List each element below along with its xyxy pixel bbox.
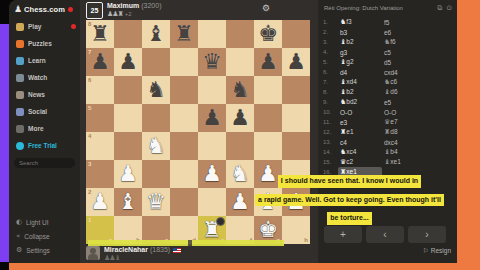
move-bm[interactable]: c5 bbox=[382, 48, 426, 57]
move-number: 6. bbox=[318, 69, 338, 75]
move-row-12: 12.♜e1♜d8 bbox=[318, 127, 457, 137]
square-b6[interactable] bbox=[114, 76, 142, 104]
move-number: 14. bbox=[318, 149, 338, 155]
rank-label: 5 bbox=[88, 105, 91, 111]
move-bm[interactable]: cxd4 bbox=[382, 68, 426, 77]
video-caption: I should have seen that. I know I would … bbox=[242, 169, 457, 225]
move-row-4: 4.g3c5 bbox=[318, 47, 457, 57]
move-wm[interactable]: ♝b2 bbox=[338, 87, 382, 97]
social-icon bbox=[16, 108, 24, 116]
move-number: 7. bbox=[318, 79, 338, 85]
square-e6[interactable] bbox=[198, 76, 226, 104]
move-bm[interactable]: dxc4 bbox=[382, 138, 426, 147]
resign-button[interactable]: ⚐ Resign bbox=[423, 247, 451, 255]
rank-label: 4 bbox=[88, 133, 91, 139]
sidebar-item-social[interactable]: Social bbox=[9, 103, 80, 120]
move-nav-buttons: +‹› bbox=[324, 226, 446, 243]
square-f6[interactable]: ♞ bbox=[226, 76, 254, 104]
logo-text: Chess.com bbox=[24, 5, 65, 14]
square-a2[interactable]: 2♟ bbox=[86, 188, 114, 216]
move-row-6: 6.d4cxd4 bbox=[318, 67, 457, 77]
move-number: 3. bbox=[318, 39, 338, 45]
square-c2[interactable]: ♛ bbox=[142, 188, 170, 216]
square-b7[interactable]: ♟ bbox=[114, 48, 142, 76]
move-row-11: 11.e3♛e7 bbox=[318, 117, 457, 127]
prev-move-button[interactable]: ‹ bbox=[366, 226, 404, 243]
white-piece-a2[interactable]: ♟ bbox=[86, 188, 114, 216]
square-a3[interactable]: 3 bbox=[86, 160, 114, 188]
move-bm[interactable]: e6 bbox=[382, 28, 426, 37]
square-b4[interactable] bbox=[114, 132, 142, 160]
next-move-button[interactable]: › bbox=[408, 226, 446, 243]
move-bm[interactable]: ♜d8 bbox=[382, 127, 426, 137]
square-b2[interactable]: ♝ bbox=[114, 188, 142, 216]
white-piece-e3[interactable]: ♟ bbox=[198, 160, 226, 188]
square-d7[interactable] bbox=[170, 48, 198, 76]
captured-pieces: ♟♟♝ bbox=[104, 254, 181, 262]
move-bm[interactable]: ♝xe1 bbox=[382, 157, 426, 167]
caption-line: I should have seen that. I know I would … bbox=[278, 175, 421, 188]
move-number: 8. bbox=[318, 89, 338, 95]
sidebar-item-play[interactable]: Play bbox=[9, 18, 80, 35]
gear-icon[interactable]: ⚙ bbox=[262, 3, 270, 13]
sidebar-footer-light-ui[interactable]: ◐Light UI bbox=[9, 215, 80, 229]
flag-icon: ⚐ bbox=[423, 247, 431, 255]
move-row-3: 3.♝b2♞f6 bbox=[318, 37, 457, 47]
square-f7[interactable] bbox=[226, 48, 254, 76]
move-row-1: 1.♞f3f5 bbox=[318, 17, 457, 27]
square-b3[interactable]: ♟ bbox=[114, 160, 142, 188]
move-bm[interactable]: e5 bbox=[382, 98, 426, 107]
square-d4[interactable] bbox=[170, 132, 198, 160]
frame-accent-right bbox=[457, 0, 480, 270]
move-row-5: 5.♝g2d5 bbox=[318, 57, 457, 67]
move-bm[interactable]: ♞c6 bbox=[382, 77, 426, 87]
file-label: h bbox=[304, 237, 308, 243]
bottom-player-bar: MiracleNahar (1835) ♟♟♝ bbox=[86, 246, 181, 262]
move-row-9: 9.♞bd2e5 bbox=[318, 97, 457, 107]
square-b5[interactable] bbox=[114, 104, 142, 132]
square-h7[interactable]: ♟ bbox=[282, 48, 310, 76]
sidebar-item-more[interactable]: More bbox=[9, 120, 80, 137]
square-a5[interactable]: 5 bbox=[86, 104, 114, 132]
move-number: 10. bbox=[318, 109, 338, 115]
move-row-13: 13.c4dxc4 bbox=[318, 137, 457, 147]
white-piece-c4[interactable]: ♞ bbox=[142, 132, 170, 160]
move-row-2: 2.b3e6 bbox=[318, 27, 457, 37]
move-wm[interactable]: ♝xd4 bbox=[338, 77, 382, 87]
add-button[interactable]: + bbox=[324, 226, 362, 243]
square-h5[interactable] bbox=[282, 104, 310, 132]
move-wm[interactable]: ♞bd2 bbox=[338, 97, 382, 107]
move-wm[interactable]: g3 bbox=[338, 48, 382, 57]
black-piece-a8[interactable]: ♜ bbox=[86, 20, 114, 48]
move-number: 15. bbox=[318, 159, 338, 165]
move-wm[interactable]: ♞f3 bbox=[338, 17, 382, 27]
move-row-8: 8.♝b2♝d6 bbox=[318, 87, 457, 97]
move-row-15: 15.♛c2♝xe1 bbox=[318, 157, 457, 167]
square-e8[interactable] bbox=[198, 20, 226, 48]
move-wm[interactable]: ♛c2 bbox=[338, 157, 382, 167]
move-bm[interactable]: ♝b4 bbox=[382, 147, 426, 157]
move-wm[interactable]: ♝g2 bbox=[338, 57, 382, 67]
black-piece-a7[interactable]: ♟ bbox=[86, 48, 114, 76]
square-f8[interactable] bbox=[226, 20, 254, 48]
white-piece-c2[interactable]: ♛ bbox=[142, 188, 170, 216]
move-row-14: 14.♞xc4♝b4 bbox=[318, 147, 457, 157]
avatar[interactable]: 25 bbox=[86, 2, 103, 19]
black-piece-e7[interactable]: ♛ bbox=[198, 48, 226, 76]
white-piece-b3[interactable]: ♟ bbox=[114, 160, 142, 188]
move-bm[interactable]: O-O bbox=[382, 108, 426, 117]
light-ui-icon: ◐ bbox=[16, 219, 22, 226]
square-a8[interactable]: 8♜ bbox=[86, 20, 114, 48]
square-g6[interactable] bbox=[254, 76, 282, 104]
sidebar-item-watch[interactable]: Watch bbox=[9, 69, 80, 86]
player-rating: (1835) bbox=[150, 246, 170, 253]
panel-header: Réti Opening: Dutch Variation ⧉ ⊙ bbox=[318, 0, 457, 14]
top-player-bar: 25 Maximum (3200) ♟♟♜+2 bbox=[86, 2, 161, 19]
move-wm[interactable]: d4 bbox=[338, 68, 382, 77]
sidebar-item-learn[interactable]: Learn bbox=[9, 52, 80, 69]
video-thumbnail-frame: ♟ Chess.com PlayPuzzlesLearnWatchNewsSoc… bbox=[0, 0, 480, 270]
avatar[interactable] bbox=[86, 246, 100, 260]
sidebar-item-puzzles[interactable]: Puzzles bbox=[9, 35, 80, 52]
square-c8[interactable]: ♝ bbox=[142, 20, 170, 48]
white-piece-b2[interactable]: ♝ bbox=[114, 188, 142, 216]
square-f4[interactable] bbox=[226, 132, 254, 160]
news-icon bbox=[16, 91, 24, 99]
sidebar-item-free-trial[interactable]: Free Trial bbox=[9, 137, 80, 154]
black-piece-f6[interactable]: ♞ bbox=[226, 76, 254, 104]
us-flag-icon bbox=[173, 248, 181, 253]
square-b8[interactable] bbox=[114, 20, 142, 48]
player-rating: (3200) bbox=[141, 2, 161, 9]
black-piece-h7[interactable]: ♟ bbox=[282, 48, 310, 76]
rank-label: 1 bbox=[88, 217, 91, 223]
chesscom-logo[interactable]: ♟ Chess.com bbox=[9, 0, 80, 18]
black-piece-c8[interactable]: ♝ bbox=[142, 20, 170, 48]
move-wm[interactable]: e3 bbox=[338, 118, 382, 127]
square-g8[interactable]: ♚ bbox=[254, 20, 282, 48]
black-piece-c6[interactable]: ♞ bbox=[142, 76, 170, 104]
move-bm[interactable]: ♝d6 bbox=[382, 87, 426, 97]
player-name: MiracleNahar (1835) bbox=[104, 246, 181, 254]
binoculars-icon bbox=[16, 74, 24, 82]
square-a7[interactable]: 7♟ bbox=[86, 48, 114, 76]
square-h4[interactable] bbox=[282, 132, 310, 160]
frame-accent-left bbox=[0, 24, 9, 262]
more-dots-icon bbox=[16, 125, 24, 133]
move-number: 1. bbox=[318, 19, 338, 25]
square-e3[interactable]: ♟ bbox=[198, 160, 226, 188]
opening-name: Réti Opening: Dutch Variation bbox=[324, 5, 433, 11]
rank-label: 3 bbox=[88, 161, 91, 167]
move-number: 11. bbox=[318, 119, 338, 125]
collapse-icon: « bbox=[16, 233, 20, 240]
move-row-7: 7.♝xd4♞c6 bbox=[318, 77, 457, 87]
square-d5[interactable] bbox=[170, 104, 198, 132]
square-c6[interactable]: ♞ bbox=[142, 76, 170, 104]
move-wm[interactable]: ♝b2 bbox=[338, 37, 382, 47]
move-row-10: 10.O-OO-O bbox=[318, 107, 457, 117]
square-d6[interactable] bbox=[170, 76, 198, 104]
puzzle-icon bbox=[16, 40, 24, 48]
black-piece-d8[interactable]: ♜ bbox=[170, 20, 198, 48]
square-e5[interactable]: ♟ bbox=[198, 104, 226, 132]
square-d8[interactable]: ♜ bbox=[170, 20, 198, 48]
move-number: 5. bbox=[318, 59, 338, 65]
move-wm[interactable]: O-O bbox=[338, 108, 382, 117]
move-classification-badge bbox=[216, 217, 225, 226]
move-number: 13. bbox=[318, 139, 338, 145]
notification-badge bbox=[71, 24, 76, 29]
sidebar-item-news[interactable]: News bbox=[9, 86, 80, 103]
chess-app-window: ♟ Chess.com PlayPuzzlesLearnWatchNewsSoc… bbox=[9, 0, 457, 263]
sidebar: ♟ Chess.com PlayPuzzlesLearnWatchNewsSoc… bbox=[9, 0, 80, 263]
square-d2[interactable] bbox=[170, 188, 198, 216]
notification-badge bbox=[68, 7, 73, 12]
captured-pieces: ♟♟♜+2 bbox=[107, 10, 161, 18]
move-bm[interactable]: d5 bbox=[382, 58, 426, 67]
pawn-logo-icon: ♟ bbox=[14, 5, 22, 14]
square-g4[interactable] bbox=[254, 132, 282, 160]
square-g7[interactable]: ♟ bbox=[254, 48, 282, 76]
move-bm[interactable]: ♛e7 bbox=[382, 117, 426, 127]
frame-accent-bottom bbox=[9, 263, 480, 270]
move-wm[interactable]: ♜e1 bbox=[338, 127, 382, 137]
square-e7[interactable]: ♛ bbox=[198, 48, 226, 76]
square-c3[interactable] bbox=[142, 160, 170, 188]
move-number: 2. bbox=[318, 29, 338, 35]
gear-icon: ⚙ bbox=[16, 247, 22, 254]
square-a6[interactable]: 6 bbox=[86, 76, 114, 104]
move-wm[interactable]: ♞xc4 bbox=[338, 147, 382, 157]
square-h6[interactable] bbox=[282, 76, 310, 104]
share-icon[interactable]: ⧉ bbox=[437, 4, 442, 12]
settings-target-icon[interactable]: ⊙ bbox=[446, 4, 452, 12]
black-piece-f5[interactable]: ♟ bbox=[226, 104, 254, 132]
square-c5[interactable] bbox=[142, 104, 170, 132]
move-number: 4. bbox=[318, 49, 338, 55]
player-name: Maximum (3200) bbox=[107, 2, 161, 10]
square-e2[interactable] bbox=[198, 188, 226, 216]
diamond-icon bbox=[16, 142, 24, 150]
sidebar-footer-collapse[interactable]: «Collapse bbox=[9, 229, 80, 243]
move-bm[interactable]: f5 bbox=[382, 18, 426, 27]
move-bm[interactable]: ♞f6 bbox=[382, 37, 426, 47]
square-d3[interactable] bbox=[170, 160, 198, 188]
caption-line: a rapid game. Well. Got to keep going. E… bbox=[255, 194, 444, 207]
black-piece-g7[interactable]: ♟ bbox=[254, 48, 282, 76]
square-a4[interactable]: 4 bbox=[86, 132, 114, 160]
square-f5[interactable]: ♟ bbox=[226, 104, 254, 132]
rank-label: 6 bbox=[88, 77, 91, 83]
thumbnail-highlight-strip bbox=[88, 240, 284, 246]
black-piece-e5[interactable]: ♟ bbox=[198, 104, 226, 132]
sidebar-footer: ◐Light UI«Collapse⚙Settings bbox=[9, 215, 80, 257]
move-wm[interactable]: b3 bbox=[338, 28, 382, 37]
square-c7[interactable] bbox=[142, 48, 170, 76]
square-h8[interactable] bbox=[282, 20, 310, 48]
learn-icon bbox=[16, 57, 24, 65]
sidebar-footer-settings[interactable]: ⚙Settings bbox=[9, 243, 80, 257]
caption-line: be torture... bbox=[327, 212, 372, 225]
square-e4[interactable] bbox=[198, 132, 226, 160]
move-number: 12. bbox=[318, 129, 338, 135]
square-g5[interactable] bbox=[254, 104, 282, 132]
material-advantage: +2 bbox=[125, 11, 132, 17]
move-wm[interactable]: c4 bbox=[338, 138, 382, 147]
play-pawn-icon bbox=[16, 23, 24, 31]
square-c4[interactable]: ♞ bbox=[142, 132, 170, 160]
black-piece-b7[interactable]: ♟ bbox=[114, 48, 142, 76]
move-number: 9. bbox=[318, 99, 338, 105]
search-input[interactable]: Search bbox=[14, 158, 75, 168]
black-piece-g8[interactable]: ♚ bbox=[254, 20, 282, 48]
free-trial-label: Free Trial bbox=[28, 142, 57, 149]
